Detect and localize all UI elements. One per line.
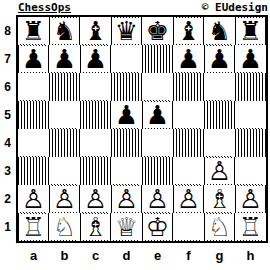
piece-black-bishop-f8: ♝: [176, 18, 201, 44]
square-a2[interactable]: ♙: [18, 185, 49, 213]
piece-white-pawn-d2: ♙: [114, 186, 139, 212]
piece-white-pawn-f2: ♙: [176, 186, 201, 212]
piece-white-pawn-h2: ♙: [238, 186, 263, 212]
square-c5[interactable]: [80, 101, 111, 129]
piece-white-pawn-g3: ♙: [207, 158, 232, 184]
square-d6[interactable]: [111, 73, 142, 101]
copyright-text: © EUdesign: [202, 1, 268, 14]
square-g2[interactable]: ♗: [204, 185, 235, 213]
square-b3[interactable]: [49, 157, 80, 185]
piece-black-pawn-f7: ♟: [176, 46, 201, 72]
square-h1[interactable]: ♖: [235, 213, 266, 241]
square-g8[interactable]: ♞: [204, 17, 235, 45]
piece-black-pawn-c7: ♟: [83, 46, 108, 72]
square-d3[interactable]: [111, 157, 142, 185]
piece-white-king-e1: ♔: [145, 214, 170, 240]
rank-labels: 87654321: [0, 17, 15, 241]
rank-label-8: 8: [0, 17, 15, 45]
square-f8[interactable]: ♝: [173, 17, 204, 45]
rank-label-4: 4: [0, 129, 15, 157]
piece-black-pawn-h7: ♟: [238, 46, 263, 72]
square-h5[interactable]: [235, 101, 266, 129]
square-a6[interactable]: [18, 73, 49, 101]
square-a5[interactable]: [18, 101, 49, 129]
square-a3[interactable]: [18, 157, 49, 185]
square-a8[interactable]: ♜: [18, 17, 49, 45]
square-d7[interactable]: [111, 45, 142, 73]
square-g1[interactable]: ♘: [204, 213, 235, 241]
square-b6[interactable]: [49, 73, 80, 101]
piece-white-bishop-g2: ♗: [207, 186, 232, 212]
piece-black-king-e8: ♚: [145, 18, 170, 44]
rank-label-1: 1: [0, 213, 15, 241]
file-label-g: g: [204, 246, 235, 264]
square-d5[interactable]: ♟: [111, 101, 142, 129]
square-e1[interactable]: ♔: [142, 213, 173, 241]
piece-white-pawn-e2: ♙: [145, 186, 170, 212]
rank-label-7: 7: [0, 45, 15, 73]
square-b4[interactable]: [49, 129, 80, 157]
square-b2[interactable]: ♙: [49, 185, 80, 213]
piece-white-pawn-c2: ♙: [83, 186, 108, 212]
square-c6[interactable]: [80, 73, 111, 101]
square-e2[interactable]: ♙: [142, 185, 173, 213]
square-f5[interactable]: [173, 101, 204, 129]
square-d1[interactable]: ♕: [111, 213, 142, 241]
piece-white-pawn-b2: ♙: [52, 186, 77, 212]
piece-black-knight-b8: ♞: [52, 18, 77, 44]
chess-board: ♜♞♝♛♚♝♞♜♟♟♟♟♟♟♟♟♙♙♙♙♙♙♙♗♙♖♘♗♕♔♘♖: [16, 15, 268, 243]
piece-black-knight-g8: ♞: [207, 18, 232, 44]
square-a1[interactable]: ♖: [18, 213, 49, 241]
piece-black-rook-h8: ♜: [238, 18, 263, 44]
square-e3[interactable]: [142, 157, 173, 185]
square-c8[interactable]: ♝: [80, 17, 111, 45]
piece-white-bishop-c1: ♗: [83, 214, 108, 240]
square-b8[interactable]: ♞: [49, 17, 80, 45]
square-a7[interactable]: ♟: [18, 45, 49, 73]
piece-black-pawn-a7: ♟: [21, 46, 46, 72]
file-label-f: f: [173, 246, 204, 264]
square-g3[interactable]: ♙: [204, 157, 235, 185]
square-f1[interactable]: [173, 213, 204, 241]
square-b5[interactable]: [49, 101, 80, 129]
square-b1[interactable]: ♘: [49, 213, 80, 241]
file-label-b: b: [49, 246, 80, 264]
square-d4[interactable]: [111, 129, 142, 157]
square-h3[interactable]: [235, 157, 266, 185]
square-h7[interactable]: ♟: [235, 45, 266, 73]
square-c7[interactable]: ♟: [80, 45, 111, 73]
square-e8[interactable]: ♚: [142, 17, 173, 45]
piece-black-rook-a8: ♜: [21, 18, 46, 44]
piece-white-rook-h1: ♖: [238, 214, 263, 240]
square-c2[interactable]: ♙: [80, 185, 111, 213]
square-a4[interactable]: [18, 129, 49, 157]
piece-white-rook-a1: ♖: [21, 214, 46, 240]
app-title-link[interactable]: ChessOps: [18, 1, 71, 14]
square-e7[interactable]: [142, 45, 173, 73]
rank-label-5: 5: [0, 101, 15, 129]
piece-black-pawn-g7: ♟: [207, 46, 232, 72]
square-h4[interactable]: [235, 129, 266, 157]
file-label-c: c: [80, 246, 111, 264]
file-label-h: h: [235, 246, 266, 264]
square-b7[interactable]: ♟: [49, 45, 80, 73]
square-h6[interactable]: [235, 73, 266, 101]
square-c3[interactable]: [80, 157, 111, 185]
rank-label-3: 3: [0, 157, 15, 185]
piece-white-pawn-a2: ♙: [21, 186, 46, 212]
piece-white-queen-d1: ♕: [114, 214, 139, 240]
square-f7[interactable]: ♟: [173, 45, 204, 73]
square-d2[interactable]: ♙: [111, 185, 142, 213]
piece-black-bishop-c8: ♝: [83, 18, 108, 44]
square-e6[interactable]: [142, 73, 173, 101]
square-g7[interactable]: ♟: [204, 45, 235, 73]
square-g4[interactable]: [204, 129, 235, 157]
file-label-e: e: [142, 246, 173, 264]
header-bar: ChessOps © EUdesign: [0, 0, 270, 15]
file-label-a: a: [18, 246, 49, 264]
square-g6[interactable]: [204, 73, 235, 101]
file-label-d: d: [111, 246, 142, 264]
square-f2[interactable]: ♙: [173, 185, 204, 213]
square-g5[interactable]: [204, 101, 235, 129]
piece-white-knight-g1: ♘: [207, 214, 232, 240]
square-h2[interactable]: ♙: [235, 185, 266, 213]
square-f6[interactable]: [173, 73, 204, 101]
square-f3[interactable]: [173, 157, 204, 185]
file-labels: abcdefgh: [18, 246, 266, 264]
piece-black-queen-d8: ♛: [114, 18, 139, 44]
piece-black-pawn-e5: ♟: [145, 102, 170, 128]
square-c1[interactable]: ♗: [80, 213, 111, 241]
square-d8[interactable]: ♛: [111, 17, 142, 45]
square-e5[interactable]: ♟: [142, 101, 173, 129]
piece-black-pawn-b7: ♟: [52, 46, 77, 72]
rank-label-2: 2: [0, 185, 15, 213]
square-c4[interactable]: [80, 129, 111, 157]
piece-black-pawn-d5: ♟: [114, 102, 139, 128]
square-h8[interactable]: ♜: [235, 17, 266, 45]
piece-white-knight-b1: ♘: [52, 214, 77, 240]
square-e4[interactable]: [142, 129, 173, 157]
rank-label-6: 6: [0, 73, 15, 101]
square-f4[interactable]: [173, 129, 204, 157]
